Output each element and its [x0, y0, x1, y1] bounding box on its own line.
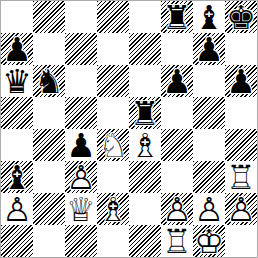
square-e7[interactable]	[129, 33, 161, 65]
square-a4[interactable]	[1, 129, 33, 161]
square-h8[interactable]: ♚	[225, 1, 257, 33]
square-d2[interactable]: ♝♗	[97, 193, 129, 225]
square-a7[interactable]: ♟	[1, 33, 33, 65]
piece-black-bishop: ♝	[1, 160, 33, 192]
square-e2[interactable]	[129, 193, 161, 225]
piece-white-knight-fill: ♞	[97, 128, 129, 160]
square-d4[interactable]: ♞♘	[97, 129, 129, 161]
square-f8[interactable]: ♜	[161, 1, 193, 33]
square-g5[interactable]	[193, 97, 225, 129]
piece-white-pawn: ♙	[65, 160, 97, 192]
square-c4[interactable]: ♟	[65, 129, 97, 161]
piece-white-rook: ♖	[225, 160, 257, 192]
piece-black-rook: ♜	[161, 0, 193, 32]
square-f1[interactable]: ♜♖	[161, 225, 193, 257]
piece-white-pawn-fill: ♟	[225, 192, 257, 224]
piece-black-pawn: ♟	[65, 128, 97, 160]
square-f2[interactable]: ♟♙	[161, 193, 193, 225]
square-d3[interactable]	[97, 161, 129, 193]
square-a8[interactable]	[1, 1, 33, 33]
piece-black-pawn: ♟	[193, 32, 225, 64]
square-b6[interactable]: ♞	[33, 65, 65, 97]
piece-white-bishop: ♗	[129, 128, 161, 160]
square-c5[interactable]	[65, 97, 97, 129]
piece-white-pawn-fill: ♟	[1, 192, 33, 224]
square-g8[interactable]: ♝	[193, 1, 225, 33]
square-h7[interactable]	[225, 33, 257, 65]
piece-white-bishop-fill: ♝	[129, 128, 161, 160]
square-f5[interactable]	[161, 97, 193, 129]
piece-white-king-fill: ♚	[193, 224, 225, 256]
square-c3[interactable]: ♟♙	[65, 161, 97, 193]
square-b8[interactable]	[33, 1, 65, 33]
square-h3[interactable]: ♜♖	[225, 161, 257, 193]
piece-white-pawn-fill: ♟	[65, 160, 97, 192]
square-d8[interactable]	[97, 1, 129, 33]
piece-white-rook: ♖	[161, 224, 193, 256]
piece-white-knight: ♘	[97, 128, 129, 160]
square-e5[interactable]: ♜	[129, 97, 161, 129]
piece-black-king: ♚	[225, 0, 257, 32]
square-e8[interactable]	[129, 1, 161, 33]
piece-white-pawn-fill: ♟	[161, 192, 193, 224]
piece-black-queen: ♛	[1, 64, 33, 96]
square-g1[interactable]: ♚♔	[193, 225, 225, 257]
square-e3[interactable]	[129, 161, 161, 193]
square-f4[interactable]	[161, 129, 193, 161]
piece-black-rook: ♜	[129, 96, 161, 128]
square-f7[interactable]	[161, 33, 193, 65]
square-g6[interactable]	[193, 65, 225, 97]
piece-white-pawn: ♙	[225, 192, 257, 224]
square-h2[interactable]: ♟♙	[225, 193, 257, 225]
square-e4[interactable]: ♝♗	[129, 129, 161, 161]
square-a3[interactable]: ♝	[1, 161, 33, 193]
square-c7[interactable]	[65, 33, 97, 65]
piece-black-knight: ♞	[33, 64, 65, 96]
square-f3[interactable]	[161, 161, 193, 193]
square-h1[interactable]	[225, 225, 257, 257]
square-a5[interactable]	[1, 97, 33, 129]
square-b3[interactable]	[33, 161, 65, 193]
piece-white-pawn: ♙	[193, 192, 225, 224]
square-c1[interactable]	[65, 225, 97, 257]
piece-white-bishop-fill: ♝	[97, 192, 129, 224]
square-g7[interactable]: ♟	[193, 33, 225, 65]
square-h4[interactable]	[225, 129, 257, 161]
square-g2[interactable]: ♟♙	[193, 193, 225, 225]
square-c8[interactable]	[65, 1, 97, 33]
square-b5[interactable]	[33, 97, 65, 129]
piece-black-pawn: ♟	[1, 32, 33, 64]
square-d5[interactable]	[97, 97, 129, 129]
piece-white-rook-fill: ♜	[225, 160, 257, 192]
chess-board: ♜♝♚♟♟♛♞♟♟♜♟♞♘♝♗♝♟♙♜♖♟♙♛♕♝♗♟♙♟♙♟♙♜♖♚♔	[0, 0, 258, 258]
square-d1[interactable]	[97, 225, 129, 257]
square-h6[interactable]: ♟	[225, 65, 257, 97]
piece-white-queen: ♕	[65, 192, 97, 224]
piece-white-pawn-fill: ♟	[193, 192, 225, 224]
square-b2[interactable]	[33, 193, 65, 225]
square-g3[interactable]	[193, 161, 225, 193]
piece-black-bishop: ♝	[193, 0, 225, 32]
square-a1[interactable]	[1, 225, 33, 257]
square-b1[interactable]	[33, 225, 65, 257]
piece-black-pawn: ♟	[161, 64, 193, 96]
piece-white-pawn: ♙	[161, 192, 193, 224]
square-b4[interactable]	[33, 129, 65, 161]
square-c6[interactable]	[65, 65, 97, 97]
square-a2[interactable]: ♟♙	[1, 193, 33, 225]
square-b7[interactable]	[33, 33, 65, 65]
square-a6[interactable]: ♛	[1, 65, 33, 97]
square-d7[interactable]	[97, 33, 129, 65]
square-e1[interactable]	[129, 225, 161, 257]
piece-black-pawn: ♟	[225, 64, 257, 96]
square-c2[interactable]: ♛♕	[65, 193, 97, 225]
piece-white-queen-fill: ♛	[65, 192, 97, 224]
piece-white-pawn: ♙	[1, 192, 33, 224]
square-g4[interactable]	[193, 129, 225, 161]
square-d6[interactable]	[97, 65, 129, 97]
square-f6[interactable]: ♟	[161, 65, 193, 97]
piece-white-rook-fill: ♜	[161, 224, 193, 256]
square-e6[interactable]	[129, 65, 161, 97]
square-h5[interactable]	[225, 97, 257, 129]
piece-white-king: ♔	[193, 224, 225, 256]
piece-white-bishop: ♗	[97, 192, 129, 224]
